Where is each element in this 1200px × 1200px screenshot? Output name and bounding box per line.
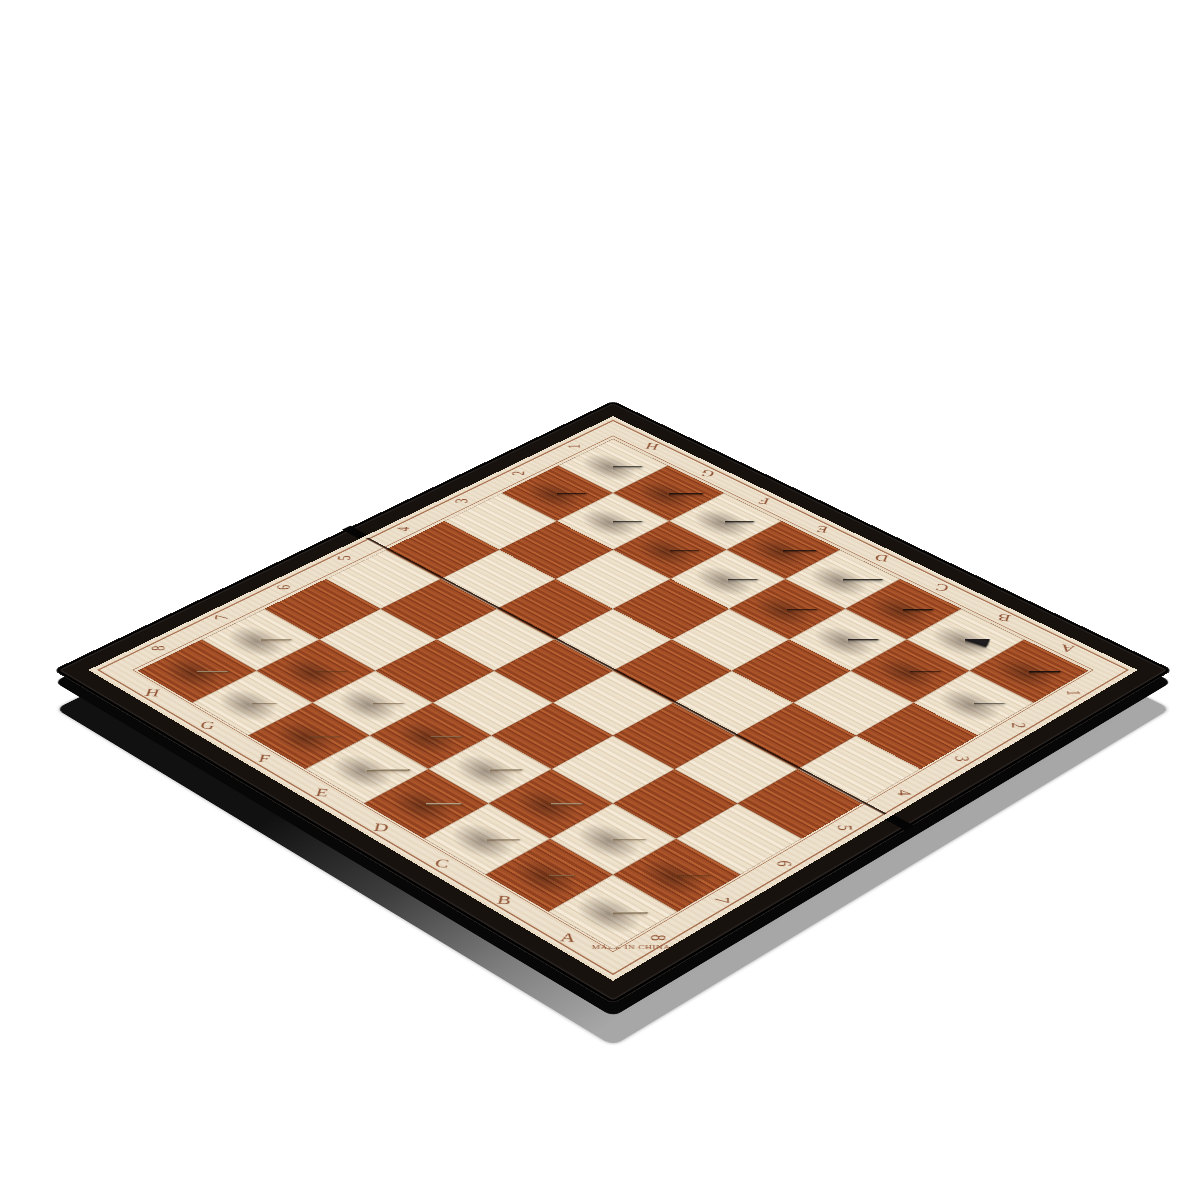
coordinate-label-3: 3 bbox=[422, 494, 502, 508]
product-photo-scene: HGFEDCBA HGFEDCBA 12345678 12345678 MADE… bbox=[0, 0, 1200, 1200]
coordinate-label-5: 5 bbox=[303, 551, 385, 566]
coordinate-label-4: 4 bbox=[363, 522, 444, 536]
board-frame: HGFEDCBA HGFEDCBA 12345678 12345678 MADE… bbox=[53, 401, 1173, 1005]
piece-glyph: ♜ bbox=[559, 811, 666, 931]
coordinate-label-1: 1 bbox=[535, 440, 612, 454]
board-border-band: HGFEDCBA HGFEDCBA 12345678 12345678 MADE… bbox=[88, 416, 1137, 981]
chess-board: HGFEDCBA HGFEDCBA 12345678 12345678 MADE… bbox=[53, 401, 1173, 1005]
board-grid: ♜♞♝♛♚♝♞♜♟♟♟♟♟♟♟♟♟♟♟♟♟♟♟♟♜♞♝♚♛♝♞♜ bbox=[138, 439, 1089, 950]
coordinate-label-2: 2 bbox=[479, 466, 558, 480]
piece-glyph: ♟ bbox=[927, 616, 1020, 719]
